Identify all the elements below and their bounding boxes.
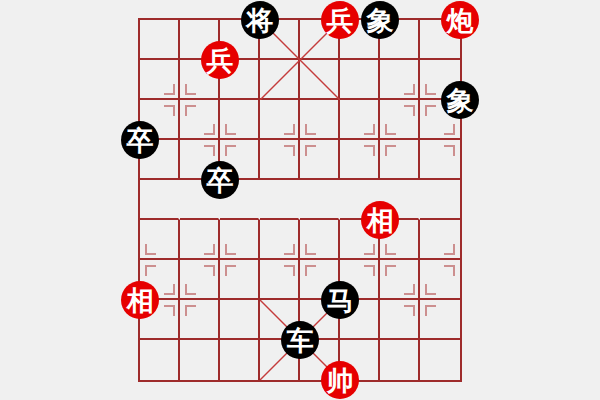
piece-red-soldier[interactable]: 兵 (201, 41, 239, 79)
piece-red-cannon[interactable]: 炮 (441, 1, 479, 39)
board-cell (220, 340, 260, 380)
board-cell (300, 180, 340, 220)
board-cell (300, 140, 340, 180)
board-cell (140, 20, 180, 60)
board-cell (260, 220, 300, 260)
board-cell (380, 260, 420, 300)
board-cell (180, 340, 220, 380)
piece-black-chariot[interactable]: 车 (281, 321, 319, 359)
board-cell (300, 220, 340, 260)
board-cell (140, 220, 180, 260)
board-cell (140, 60, 180, 100)
board-cell (380, 340, 420, 380)
piece-black-elephant[interactable]: 象 (361, 1, 399, 39)
xiangqi-board: 将兵象炮兵象卒卒相相马车帅 (140, 20, 460, 380)
piece-black-horse[interactable]: 马 (321, 281, 359, 319)
piece-label: 卒 (127, 127, 154, 154)
piece-label: 相 (127, 287, 154, 314)
board-cell (260, 100, 300, 140)
board-cell (300, 100, 340, 140)
board-cell (420, 180, 460, 220)
board-cell (260, 180, 300, 220)
piece-black-general[interactable]: 将 (241, 1, 279, 39)
board-cell (260, 260, 300, 300)
piece-red-elephant[interactable]: 相 (121, 281, 159, 319)
piece-label: 兵 (327, 7, 354, 34)
piece-label: 象 (367, 7, 394, 34)
board-cell (220, 100, 260, 140)
board-cell (380, 140, 420, 180)
page-background: 将兵象炮兵象卒卒相相马车帅 (0, 0, 600, 400)
board-cell (340, 140, 380, 180)
piece-black-elephant[interactable]: 象 (441, 81, 479, 119)
board-cell (140, 180, 180, 220)
piece-red-general[interactable]: 帅 (321, 361, 359, 399)
piece-red-elephant[interactable]: 相 (361, 201, 399, 239)
board-cell (420, 340, 460, 380)
board-cell (180, 220, 220, 260)
piece-red-soldier[interactable]: 兵 (321, 1, 359, 39)
board-cell (180, 300, 220, 340)
board-cell (420, 140, 460, 180)
board-cell (380, 60, 420, 100)
board-cell (420, 220, 460, 260)
piece-label: 炮 (447, 7, 474, 34)
board-cell (180, 100, 220, 140)
piece-label: 帅 (327, 367, 354, 394)
board-cell (300, 60, 340, 100)
piece-label: 车 (287, 327, 314, 354)
board-cell (420, 300, 460, 340)
board-cell (140, 340, 180, 380)
piece-label: 马 (327, 287, 354, 314)
board-cell (220, 300, 260, 340)
board-cell (340, 100, 380, 140)
board-cell (220, 260, 260, 300)
piece-black-soldier[interactable]: 卒 (201, 161, 239, 199)
piece-label: 相 (367, 207, 394, 234)
piece-label: 将 (247, 7, 274, 34)
board-cell (380, 300, 420, 340)
piece-label: 象 (447, 87, 474, 114)
board-cell (420, 260, 460, 300)
piece-label: 兵 (207, 47, 234, 74)
board-cell (220, 220, 260, 260)
piece-label: 卒 (207, 167, 234, 194)
board-cell (180, 260, 220, 300)
board-cell (260, 140, 300, 180)
board-cell (380, 100, 420, 140)
board-cell (340, 60, 380, 100)
board-cell (260, 60, 300, 100)
piece-black-soldier[interactable]: 卒 (121, 121, 159, 159)
